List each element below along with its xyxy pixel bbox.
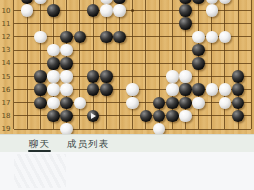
- board-cell[interactable]: [60, 83, 73, 96]
- board-cell[interactable]: [34, 4, 47, 17]
- board-cell[interactable]: [245, 4, 254, 17]
- board-cell[interactable]: [179, 83, 192, 96]
- black-stone: [87, 70, 100, 83]
- board-cell[interactable]: [113, 96, 126, 109]
- black-stone: [47, 110, 60, 123]
- board-cell[interactable]: [139, 57, 152, 70]
- board-cell[interactable]: [126, 83, 139, 96]
- white-stone: [192, 97, 205, 110]
- board-cell[interactable]: [218, 70, 231, 83]
- black-stone: [192, 57, 205, 70]
- board-cell[interactable]: [126, 30, 139, 43]
- board-cell[interactable]: [192, 30, 205, 43]
- board-cell[interactable]: [192, 96, 205, 109]
- board-cell[interactable]: [166, 30, 179, 43]
- board-cell[interactable]: [21, 70, 34, 83]
- board-cell[interactable]: [21, 30, 34, 43]
- board-cell[interactable]: [139, 17, 152, 30]
- board-cell[interactable]: [166, 57, 179, 70]
- white-stone: [206, 31, 219, 44]
- board-cell[interactable]: [60, 57, 73, 70]
- board-cell[interactable]: [21, 43, 34, 56]
- board-cell[interactable]: [205, 4, 218, 17]
- board-cell[interactable]: [152, 4, 165, 17]
- white-stone: [21, 4, 34, 17]
- board-cell[interactable]: [232, 17, 245, 30]
- black-stone: [140, 110, 153, 123]
- board-cell[interactable]: [113, 83, 126, 96]
- row-label-17: 17: [0, 99, 12, 107]
- board-cell[interactable]: [218, 43, 231, 56]
- board-cell[interactable]: [126, 43, 139, 56]
- board-cell[interactable]: [139, 96, 152, 109]
- board-cell[interactable]: [60, 17, 73, 30]
- board-cell[interactable]: [205, 83, 218, 96]
- board-cell[interactable]: [73, 83, 86, 96]
- black-stone: [232, 97, 245, 110]
- board-cell[interactable]: [166, 96, 179, 109]
- board-cell[interactable]: [47, 96, 60, 109]
- board-cell[interactable]: [232, 57, 245, 70]
- board-cell[interactable]: [47, 70, 60, 83]
- board-cell[interactable]: [113, 4, 126, 17]
- white-stone: [126, 83, 139, 96]
- board-cell[interactable]: [179, 4, 192, 17]
- white-stone: [47, 83, 60, 96]
- black-stone: [153, 97, 166, 110]
- white-stone: [153, 123, 166, 134]
- board-cell[interactable]: [100, 17, 113, 30]
- board-cell[interactable]: [152, 70, 165, 83]
- black-stone: [87, 83, 100, 96]
- board-cell[interactable]: [100, 30, 113, 43]
- black-stone: [179, 83, 192, 96]
- board-cell[interactable]: [60, 109, 73, 122]
- row-label-13: 13: [0, 46, 12, 54]
- black-stone: [232, 110, 245, 123]
- board-cell[interactable]: [126, 17, 139, 30]
- board-cell[interactable]: [113, 123, 126, 134]
- board-cell[interactable]: [192, 109, 205, 122]
- board-cell[interactable]: [47, 43, 60, 56]
- board-cell[interactable]: [192, 43, 205, 56]
- board-cell[interactable]: [21, 123, 34, 134]
- board-cell[interactable]: [73, 70, 86, 83]
- board-cell[interactable]: [166, 70, 179, 83]
- board-cell[interactable]: [179, 123, 192, 134]
- chat-content-area: [0, 152, 254, 190]
- board-cell[interactable]: [113, 43, 126, 56]
- board-cell[interactable]: [100, 109, 113, 122]
- black-stone: [179, 4, 192, 17]
- white-stone: [47, 97, 60, 110]
- board-cell[interactable]: [60, 70, 73, 83]
- board-cell[interactable]: [245, 83, 254, 96]
- black-stone: [232, 83, 245, 96]
- black-stone: [113, 31, 126, 44]
- board-cell[interactable]: [73, 109, 86, 122]
- board-cell[interactable]: [126, 70, 139, 83]
- board-cell[interactable]: [21, 83, 34, 96]
- board-cell[interactable]: [205, 70, 218, 83]
- board-cell[interactable]: [232, 4, 245, 17]
- white-stone: [166, 83, 179, 96]
- board-cell[interactable]: [87, 57, 100, 70]
- board-cell[interactable]: [34, 57, 47, 70]
- tab-members[interactable]: 成员列表: [67, 134, 109, 152]
- board-cell[interactable]: [179, 70, 192, 83]
- board-cell[interactable]: [179, 30, 192, 43]
- row-label-18: 18: [0, 112, 12, 120]
- board-cell[interactable]: [87, 83, 100, 96]
- board-cell[interactable]: [100, 123, 113, 134]
- board-cell[interactable]: [126, 57, 139, 70]
- black-stone: [60, 97, 73, 110]
- go-board-grid[interactable]: [7, 0, 254, 134]
- board-cell[interactable]: [205, 96, 218, 109]
- board-cell[interactable]: [21, 4, 34, 17]
- white-stone: [219, 97, 232, 110]
- white-stone: [34, 31, 47, 44]
- go-board[interactable]: 910111213141516171819: [0, 0, 254, 134]
- black-stone: [87, 4, 100, 17]
- board-cell[interactable]: [47, 83, 60, 96]
- board-cell[interactable]: [152, 17, 165, 30]
- board-cell[interactable]: [245, 30, 254, 43]
- board-cell[interactable]: [192, 83, 205, 96]
- board-cell[interactable]: [205, 43, 218, 56]
- black-stone: [179, 97, 192, 110]
- board-cell[interactable]: [47, 123, 60, 134]
- black-stone: [192, 83, 205, 96]
- board-cell[interactable]: [87, 109, 100, 122]
- board-cell[interactable]: [166, 4, 179, 17]
- white-stone: [166, 70, 179, 83]
- board-cell[interactable]: [166, 17, 179, 30]
- black-stone: [232, 70, 245, 83]
- row-label-16: 16: [0, 86, 12, 94]
- board-cell[interactable]: [100, 70, 113, 83]
- board-cell[interactable]: [166, 83, 179, 96]
- row-label-10: 10: [0, 7, 12, 15]
- background-watermark: [14, 154, 66, 188]
- last-move-triangle-icon: [91, 113, 96, 119]
- row-label-15: 15: [0, 73, 12, 81]
- board-cell[interactable]: [218, 30, 231, 43]
- black-stone: [100, 31, 113, 44]
- black-stone: [34, 70, 47, 83]
- board-cell[interactable]: [73, 123, 86, 134]
- board-cell[interactable]: [21, 17, 34, 30]
- board-cell[interactable]: [192, 70, 205, 83]
- board-cell[interactable]: [126, 96, 139, 109]
- board-cell[interactable]: [47, 17, 60, 30]
- board-cell[interactable]: [21, 109, 34, 122]
- white-stone: [100, 4, 113, 17]
- board-cell[interactable]: [192, 57, 205, 70]
- board-cell[interactable]: [87, 96, 100, 109]
- board-cell[interactable]: [73, 57, 86, 70]
- row-label-14: 14: [0, 59, 12, 67]
- board-cell[interactable]: [34, 17, 47, 30]
- board-cell[interactable]: [245, 43, 254, 56]
- board-cell[interactable]: [179, 57, 192, 70]
- black-stone: [47, 57, 60, 70]
- board-cell[interactable]: [245, 109, 254, 122]
- black-stone: [179, 17, 192, 30]
- board-cell[interactable]: [87, 30, 100, 43]
- row-label-12: 12: [0, 33, 12, 41]
- board-cell[interactable]: [113, 109, 126, 122]
- board-cell[interactable]: [218, 96, 231, 109]
- board-cell[interactable]: [87, 70, 100, 83]
- hoshi-point: [131, 9, 134, 12]
- board-cell[interactable]: [60, 96, 73, 109]
- board-cell[interactable]: [218, 4, 231, 17]
- board-cell[interactable]: [179, 43, 192, 56]
- black-stone: [100, 70, 113, 83]
- board-cell[interactable]: [152, 96, 165, 109]
- board-cell[interactable]: [232, 30, 245, 43]
- board-cell[interactable]: [34, 83, 47, 96]
- board-cell[interactable]: [166, 109, 179, 122]
- board-cell[interactable]: [192, 17, 205, 30]
- board-cell[interactable]: [73, 43, 86, 56]
- black-stone: [87, 110, 100, 123]
- white-stone: [60, 70, 73, 83]
- board-cell[interactable]: [100, 4, 113, 17]
- white-stone: [219, 83, 232, 96]
- white-stone: [60, 83, 73, 96]
- white-stone: [113, 4, 126, 17]
- board-cell[interactable]: [218, 123, 231, 134]
- board-cell[interactable]: [152, 109, 165, 122]
- board-cell[interactable]: [87, 123, 100, 134]
- board-cell[interactable]: [179, 109, 192, 122]
- white-stone: [60, 44, 73, 57]
- board-cell[interactable]: [245, 17, 254, 30]
- board-cell[interactable]: [100, 43, 113, 56]
- board-cell[interactable]: [139, 123, 152, 134]
- row-label-19: 19: [0, 125, 12, 133]
- board-cell[interactable]: [218, 83, 231, 96]
- board-cell[interactable]: [73, 96, 86, 109]
- board-cell[interactable]: [152, 123, 165, 134]
- board-cell[interactable]: [245, 123, 254, 134]
- board-cell[interactable]: [218, 109, 231, 122]
- board-cell[interactable]: [232, 70, 245, 83]
- white-stone: [179, 110, 192, 123]
- board-cell[interactable]: [205, 109, 218, 122]
- white-stone: [206, 4, 219, 17]
- black-stone: [192, 44, 205, 57]
- board-cell[interactable]: [100, 57, 113, 70]
- board-cell[interactable]: [100, 96, 113, 109]
- black-stone: [34, 83, 47, 96]
- board-cell[interactable]: [179, 96, 192, 109]
- board-cell[interactable]: [139, 109, 152, 122]
- bottom-tab-bar: 聊天 成员列表: [0, 134, 254, 152]
- board-cell[interactable]: [73, 30, 86, 43]
- board-cell[interactable]: [60, 123, 73, 134]
- board-cell[interactable]: [152, 43, 165, 56]
- board-cell[interactable]: [232, 43, 245, 56]
- board-cell[interactable]: [21, 96, 34, 109]
- board-cell[interactable]: [60, 30, 73, 43]
- board-cell[interactable]: [152, 57, 165, 70]
- black-stone: [166, 97, 179, 110]
- board-cell[interactable]: [139, 30, 152, 43]
- board-cell[interactable]: [113, 17, 126, 30]
- board-cell[interactable]: [34, 70, 47, 83]
- board-cell[interactable]: [152, 30, 165, 43]
- black-stone: [60, 57, 73, 70]
- board-cell[interactable]: [166, 43, 179, 56]
- white-stone: [126, 97, 139, 110]
- black-stone: [166, 110, 179, 123]
- board-cell[interactable]: [47, 109, 60, 122]
- white-stone: [47, 44, 60, 57]
- row-label-9: 9: [0, 0, 12, 1]
- white-stone: [74, 97, 87, 110]
- board-cell[interactable]: [139, 83, 152, 96]
- black-stone: [100, 83, 113, 96]
- board-cell[interactable]: [113, 57, 126, 70]
- board-cell[interactable]: [100, 83, 113, 96]
- board-cell[interactable]: [126, 4, 139, 17]
- board-cell[interactable]: [232, 83, 245, 96]
- black-stone: [47, 4, 60, 17]
- board-cell[interactable]: [139, 43, 152, 56]
- board-cell[interactable]: [205, 123, 218, 134]
- board-cell[interactable]: [87, 4, 100, 17]
- black-stone: [153, 110, 166, 123]
- board-cell[interactable]: [126, 123, 139, 134]
- board-cell[interactable]: [232, 123, 245, 134]
- board-cell[interactable]: [47, 4, 60, 17]
- board-cell[interactable]: [205, 30, 218, 43]
- row-label-11: 11: [0, 20, 12, 28]
- black-stone: [60, 110, 73, 123]
- board-cell[interactable]: [34, 109, 47, 122]
- board-cell[interactable]: [87, 43, 100, 56]
- black-stone: [60, 31, 73, 44]
- white-stone: [60, 123, 73, 134]
- white-stone: [47, 70, 60, 83]
- board-cell[interactable]: [218, 57, 231, 70]
- board-cell[interactable]: [139, 70, 152, 83]
- board-cell[interactable]: [192, 4, 205, 17]
- board-cell[interactable]: [21, 57, 34, 70]
- black-stone: [34, 97, 47, 110]
- board-cell[interactable]: [179, 17, 192, 30]
- board-cell[interactable]: [60, 43, 73, 56]
- white-stone: [179, 70, 192, 83]
- board-cell[interactable]: [152, 83, 165, 96]
- board-cell[interactable]: [47, 30, 60, 43]
- board-cell[interactable]: [245, 96, 254, 109]
- board-cell[interactable]: [126, 109, 139, 122]
- board-cell[interactable]: [205, 17, 218, 30]
- board-cell[interactable]: [34, 43, 47, 56]
- board-cell[interactable]: [232, 109, 245, 122]
- black-stone: [74, 31, 87, 44]
- board-cell[interactable]: [166, 123, 179, 134]
- board-cell[interactable]: [192, 123, 205, 134]
- board-cell[interactable]: [87, 17, 100, 30]
- board-cell[interactable]: [218, 17, 231, 30]
- board-cell[interactable]: [232, 96, 245, 109]
- board-cell[interactable]: [34, 123, 47, 134]
- board-cell[interactable]: [245, 57, 254, 70]
- white-stone: [219, 31, 232, 44]
- board-cell[interactable]: [113, 30, 126, 43]
- board-cell[interactable]: [34, 96, 47, 109]
- board-cell[interactable]: [245, 70, 254, 83]
- go-app-screen: { "game": "go", "board": { "size": 19, "…: [0, 0, 254, 190]
- board-cell[interactable]: [205, 57, 218, 70]
- board-cell[interactable]: [139, 4, 152, 17]
- board-cell[interactable]: [34, 30, 47, 43]
- board-cell[interactable]: [73, 17, 86, 30]
- board-cell[interactable]: [60, 4, 73, 17]
- white-stone: [192, 31, 205, 44]
- board-cell[interactable]: [113, 70, 126, 83]
- board-cell[interactable]: [73, 4, 86, 17]
- board-cell[interactable]: [47, 57, 60, 70]
- white-stone: [206, 83, 219, 96]
